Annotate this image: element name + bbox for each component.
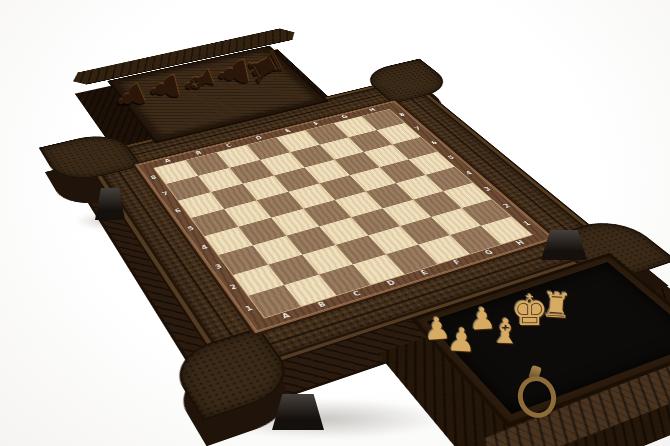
file-label-h: H [515,240,526,246]
rank-label-8: 8 [398,113,406,117]
file-label-f: F [313,122,321,126]
rank-label-8: 8 [150,175,158,180]
table-scene: AA88BB77CC66DD55EE44FF33GG22HH11 [0,0,670,446]
rank-label-2: 2 [502,203,511,208]
rank-label-1: 1 [522,221,531,227]
rank-label-4: 4 [200,244,209,250]
rank-label-6: 6 [174,208,182,213]
rank-label-6: 6 [430,141,438,146]
file-label-e: E [285,129,293,133]
rank-label-1: 1 [244,305,253,312]
file-label-f: F [453,260,463,266]
file-label-c: C [352,291,362,298]
file-label-d: D [386,280,397,287]
rank-label-5: 5 [447,155,455,160]
file-label-g: G [484,250,495,256]
file-label-b: B [317,302,327,309]
rank-label-4: 4 [465,171,474,176]
rank-label-7: 7 [414,126,422,130]
photo-stage: AA88BB77CC66DD55EE44FF33GG22HH11 ♟♟♝♟♜ ♟… [0,0,670,446]
ring-pull-handle [514,366,554,418]
file-label-a: A [281,313,291,320]
rank-label-7: 7 [162,191,170,196]
file-label-e: E [420,270,430,276]
rank-label-3: 3 [483,187,492,192]
rank-label-3: 3 [214,264,223,270]
rank-label-2: 2 [229,284,238,290]
rank-label-5: 5 [187,226,195,232]
white-rook: ♜ [540,287,573,323]
ring-pull-loop [513,372,561,423]
file-label-c: C [225,144,233,149]
